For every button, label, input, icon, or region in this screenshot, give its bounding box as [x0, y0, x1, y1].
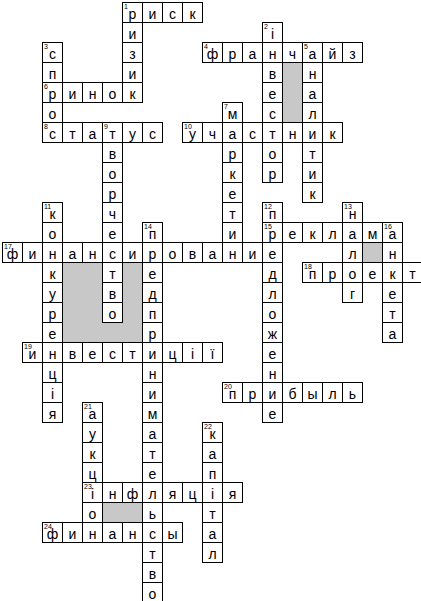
grid-cell[interactable]: 13н [342, 202, 363, 223]
cell-letter: а [109, 527, 117, 541]
cell-letter: р [149, 327, 157, 341]
cell-letter: ц [48, 367, 56, 381]
grid-cell[interactable]: с [262, 102, 283, 123]
grid-cell[interactable]: т [302, 142, 323, 163]
cell-letter: е [389, 287, 397, 301]
grid-cell[interactable]: н [42, 342, 63, 363]
grid-cell[interactable]: с [102, 242, 123, 263]
grid-cell[interactable]: о [102, 302, 123, 323]
cell-letter: к [229, 167, 235, 181]
grid-cell[interactable]: и [22, 242, 43, 263]
grid-cell[interactable]: н [282, 122, 303, 143]
grid-cell[interactable]: н [42, 242, 63, 263]
cell-letter: н [269, 367, 277, 381]
grid-cell[interactable]: 18п [302, 262, 323, 283]
clue-number: 12 [264, 203, 272, 211]
grid-cell[interactable]: ы [302, 382, 323, 403]
clue-number: 4 [204, 43, 208, 51]
clue-number: 7 [224, 103, 228, 111]
cell-letter: о [349, 267, 357, 281]
cell-letter: о [169, 247, 177, 261]
grid-cell[interactable]: и [62, 82, 83, 103]
cell-letter: е [109, 227, 117, 241]
cell-letter: р [149, 247, 157, 261]
grid-cell[interactable]: в [142, 562, 163, 583]
grid-cell[interactable]: і [182, 342, 203, 363]
grid-cell[interactable]: а [242, 42, 263, 63]
cell-letter: ь [149, 507, 156, 521]
cell-letter: ч [209, 127, 216, 141]
grid-cell[interactable]: ц [162, 342, 183, 363]
blocked-cell [62, 282, 83, 303]
grid-cell[interactable]: р [222, 142, 243, 163]
blocked-cell [122, 322, 143, 343]
blocked-cell [82, 322, 103, 343]
cell-letter: л [308, 107, 316, 121]
cell-letter: н [149, 367, 157, 381]
grid-cell[interactable]: к [382, 262, 403, 283]
grid-cell[interactable]: и [122, 62, 143, 83]
grid-cell[interactable]: 12п [262, 202, 283, 223]
cell-letter: и [309, 127, 317, 141]
grid-cell[interactable]: н [382, 242, 403, 263]
grid-cell[interactable]: с [162, 2, 183, 23]
cell-letter: о [89, 507, 97, 521]
grid-cell[interactable]: з [122, 42, 143, 63]
grid-cell[interactable]: н [262, 362, 283, 383]
grid-cell[interactable]: и [122, 22, 143, 43]
cell-letter: т [229, 207, 235, 221]
grid-cell[interactable]: т [222, 202, 243, 223]
cell-letter: н [309, 67, 317, 81]
grid-cell[interactable]: 24ф [42, 522, 63, 543]
grid-cell[interactable]: м [362, 222, 383, 243]
cell-letter: о [109, 307, 117, 321]
grid-cell[interactable]: т [102, 262, 123, 283]
cell-letter: и [269, 387, 277, 401]
grid-cell[interactable]: с [142, 522, 163, 543]
grid-cell[interactable]: и [62, 522, 83, 543]
cell-letter: р [129, 7, 137, 21]
grid-cell[interactable]: т [122, 342, 143, 363]
cell-letter: т [129, 347, 135, 361]
grid-cell[interactable]: е [42, 322, 63, 343]
cell-letter: в [109, 287, 116, 301]
grid-cell[interactable]: н [262, 42, 283, 63]
cell-letter: р [269, 167, 277, 181]
cell-letter: ч [109, 207, 116, 221]
grid-cell[interactable]: л [202, 542, 223, 563]
cell-letter: а [209, 447, 217, 461]
grid-cell[interactable]: в [182, 242, 203, 263]
grid-cell[interactable]: м [142, 402, 163, 423]
grid-cell[interactable]: 10у [182, 122, 203, 143]
cell-letter: к [189, 7, 195, 21]
grid-cell[interactable]: т [142, 442, 163, 463]
grid-cell[interactable]: т [142, 542, 163, 563]
cell-letter: г [350, 287, 355, 301]
grid-cell[interactable]: 8с [42, 122, 63, 143]
cell-letter: и [69, 87, 77, 101]
grid-cell[interactable]: и [302, 122, 323, 143]
grid-cell[interactable]: ь [342, 382, 363, 403]
cell-letter: а [309, 47, 317, 61]
grid-cell[interactable]: 15р [262, 222, 283, 243]
grid-cell[interactable]: е [262, 342, 283, 363]
grid-cell[interactable]: т [402, 262, 421, 283]
grid-cell[interactable]: е [262, 402, 283, 423]
cell-letter: и [309, 167, 317, 181]
grid-cell[interactable]: с [242, 122, 263, 143]
cell-letter: к [329, 127, 335, 141]
grid-cell[interactable]: н [82, 242, 103, 263]
grid-cell[interactable]: и [302, 162, 323, 183]
grid-cell[interactable]: 17ф [2, 242, 23, 263]
grid-cell[interactable]: р [242, 382, 263, 403]
grid-cell[interactable]: о [142, 582, 163, 601]
grid-cell[interactable]: к [302, 222, 323, 243]
grid-cell[interactable]: 22к [202, 422, 223, 443]
grid-cell[interactable]: а [202, 442, 223, 463]
grid-cell[interactable]: н [102, 482, 123, 503]
cell-letter: и [29, 247, 37, 261]
grid-cell[interactable]: о [42, 102, 63, 123]
cell-letter: е [149, 267, 157, 281]
grid-cell[interactable]: д [142, 282, 163, 303]
grid-cell[interactable]: л [322, 382, 343, 403]
grid-cell[interactable]: о [342, 262, 363, 283]
grid-cell[interactable]: і [202, 482, 223, 503]
cell-letter: і [191, 347, 194, 361]
cell-letter: ц [188, 487, 196, 501]
grid-cell[interactable]: о [102, 82, 123, 103]
cell-letter: і [211, 487, 214, 501]
blocked-cell [282, 82, 303, 103]
grid-cell[interactable]: а [102, 522, 123, 543]
grid-cell[interactable]: т [202, 502, 223, 523]
grid-cell[interactable]: 23і [82, 482, 103, 503]
grid-cell[interactable]: о [262, 302, 283, 323]
grid-cell[interactable]: ц [82, 462, 103, 483]
grid-cell[interactable]: н [82, 82, 103, 103]
grid-cell[interactable]: н [222, 242, 243, 263]
cell-letter: и [129, 247, 137, 261]
grid-cell[interactable]: в [102, 142, 123, 163]
grid-cell[interactable]: 6р [42, 82, 63, 103]
grid-cell[interactable]: к [82, 442, 103, 463]
grid-cell[interactable]: р [142, 242, 163, 263]
clue-number: 1 [124, 3, 128, 11]
cell-letter: а [349, 227, 357, 241]
cell-letter: о [269, 307, 277, 321]
grid-cell[interactable]: и [142, 2, 163, 23]
grid-cell[interactable]: 9т [102, 122, 123, 143]
grid-cell[interactable]: ч [282, 42, 303, 63]
grid-cell[interactable]: и [122, 242, 143, 263]
clue-number: 17 [4, 243, 12, 251]
grid-cell[interactable]: б [282, 382, 303, 403]
cell-letter: е [49, 327, 57, 341]
cell-letter: с [109, 347, 116, 361]
cell-letter: а [249, 47, 257, 61]
cell-letter: ж [268, 327, 277, 341]
cell-letter: й [329, 47, 337, 61]
grid-cell[interactable]: ї [202, 342, 223, 363]
clue-number: 14 [144, 223, 152, 231]
cell-letter: т [109, 127, 115, 141]
grid-cell[interactable]: я [222, 482, 243, 503]
cell-letter: м [368, 227, 378, 241]
blocked-cell [62, 322, 83, 343]
grid-cell[interactable]: 5а [302, 42, 323, 63]
cell-letter: к [389, 267, 395, 281]
grid-cell[interactable]: я [162, 482, 183, 503]
grid-cell[interactable]: у [82, 422, 103, 443]
grid-cell[interactable]: ы [162, 522, 183, 543]
cell-letter: е [89, 347, 97, 361]
grid-cell[interactable]: л [302, 102, 323, 123]
grid-cell[interactable]: к [302, 182, 323, 203]
grid-cell[interactable]: ф [122, 482, 143, 503]
grid-cell[interactable]: 7м [222, 102, 243, 123]
cell-letter: л [268, 287, 276, 301]
cell-letter: с [169, 7, 176, 21]
cell-letter: р [109, 187, 117, 201]
clue-number: 13 [344, 203, 352, 211]
grid-cell[interactable]: ж [262, 322, 283, 343]
blocked-cell [282, 102, 303, 123]
grid-cell[interactable]: п [142, 302, 163, 323]
blocked-cell [62, 262, 83, 283]
cell-letter: ї [211, 347, 215, 361]
grid-cell[interactable]: ц [42, 362, 63, 383]
crossword-board: 1риски2і3сз4франч5айзпивн6ринокеао7мсл8с… [0, 0, 421, 601]
grid-cell[interactable]: р [42, 302, 63, 323]
grid-cell[interactable]: р [222, 42, 243, 63]
grid-cell[interactable]: р [322, 262, 343, 283]
grid-cell[interactable]: 11к [42, 202, 63, 223]
grid-cell[interactable]: е [262, 82, 283, 103]
clue-number: 10 [184, 123, 192, 131]
cell-letter: и [229, 227, 237, 241]
grid-cell[interactable]: л [322, 222, 343, 243]
grid-cell[interactable]: г [342, 282, 363, 303]
grid-cell[interactable]: о [82, 502, 103, 523]
cell-letter: ы [167, 527, 177, 541]
cell-letter: в [109, 147, 116, 161]
grid-cell[interactable]: о [42, 222, 63, 243]
grid-cell[interactable]: л [142, 482, 163, 503]
cell-letter: к [309, 227, 315, 241]
grid-cell[interactable]: е [142, 462, 163, 483]
grid-cell[interactable]: у [122, 122, 143, 143]
grid-cell[interactable]: а [382, 322, 403, 343]
grid-cell[interactable]: е [262, 242, 283, 263]
grid-cell[interactable]: т [382, 302, 403, 323]
grid-cell[interactable]: н [82, 522, 103, 543]
cell-letter: л [328, 227, 336, 241]
grid-cell[interactable]: е [82, 342, 103, 363]
cell-letter: т [309, 147, 315, 161]
grid-cell[interactable]: д [262, 262, 283, 283]
cell-letter: н [109, 487, 117, 501]
grid-cell[interactable]: о [262, 142, 283, 163]
grid-cell[interactable]: р [262, 162, 283, 183]
cell-letter: а [69, 247, 77, 261]
cell-letter: р [229, 147, 237, 161]
cell-letter: д [268, 267, 276, 281]
cell-letter: т [109, 267, 115, 281]
grid-cell[interactable]: з [342, 42, 363, 63]
cell-letter: и [149, 387, 157, 401]
grid-cell[interactable]: с [142, 122, 163, 143]
clue-number: 21 [84, 403, 92, 411]
grid-cell[interactable]: и [142, 342, 163, 363]
grid-cell[interactable]: е [102, 222, 123, 243]
grid-cell[interactable]: е [382, 282, 403, 303]
grid-cell[interactable]: н [302, 62, 323, 83]
grid-cell[interactable]: и [142, 382, 163, 403]
grid-cell[interactable]: е [222, 182, 243, 203]
grid-cell[interactable]: і [42, 382, 63, 403]
grid-cell[interactable]: а [82, 122, 103, 143]
cell-letter: н [269, 47, 277, 61]
grid-cell[interactable]: в [262, 62, 283, 83]
grid-cell[interactable]: ч [102, 202, 123, 223]
cell-letter: с [109, 247, 116, 261]
cell-letter: ч [289, 47, 296, 61]
cell-letter: н [89, 527, 97, 541]
blocked-cell [82, 262, 103, 283]
grid-cell[interactable]: п [202, 462, 223, 483]
grid-cell[interactable]: к [322, 122, 343, 143]
cell-letter: я [49, 407, 57, 421]
cell-letter: л [348, 247, 356, 261]
cell-letter: н [49, 247, 57, 261]
grid-cell[interactable]: р [102, 182, 123, 203]
cell-letter: к [49, 267, 55, 281]
grid-cell[interactable]: ц [182, 482, 203, 503]
cell-letter: е [269, 247, 277, 261]
grid-cell[interactable]: т [62, 122, 83, 143]
cell-letter: с [269, 107, 276, 121]
grid-cell[interactable]: р [142, 322, 163, 343]
blocked-cell [122, 502, 143, 523]
cell-letter: л [328, 387, 336, 401]
grid-cell[interactable]: а [342, 222, 363, 243]
grid-cell[interactable]: 20п [222, 382, 243, 403]
grid-cell[interactable]: и [262, 382, 283, 403]
grid-cell[interactable]: к [222, 162, 243, 183]
cell-letter: с [49, 47, 56, 61]
cell-letter: в [189, 247, 196, 261]
clue-number: 9 [104, 123, 108, 131]
grid-cell[interactable]: а [202, 242, 223, 263]
cell-letter: ь [349, 387, 356, 401]
cell-letter: е [269, 407, 277, 421]
cell-letter: о [49, 227, 57, 241]
grid-cell[interactable]: 14п [142, 222, 163, 243]
cell-letter: т [69, 127, 75, 141]
clue-number: 5 [304, 43, 308, 51]
grid-cell[interactable]: к [42, 262, 63, 283]
cell-letter: д [148, 287, 156, 301]
cell-letter: у [89, 427, 96, 441]
clue-number: 16 [384, 223, 392, 231]
grid-cell[interactable]: 19и [22, 342, 43, 363]
grid-cell[interactable]: ь [142, 502, 163, 523]
grid-cell[interactable]: я [42, 402, 63, 423]
grid-cell[interactable]: в [102, 282, 123, 303]
grid-cell[interactable]: е [362, 262, 383, 283]
cell-letter: р [249, 387, 257, 401]
grid-cell[interactable]: у [42, 282, 63, 303]
grid-cell[interactable]: 3с [42, 42, 63, 63]
grid-cell[interactable]: к [122, 82, 143, 103]
grid-cell[interactable]: в [62, 342, 83, 363]
cell-letter: н [129, 527, 137, 541]
grid-cell[interactable]: е [142, 262, 163, 283]
cell-letter: а [149, 427, 157, 441]
clue-number: 23 [84, 483, 92, 491]
grid-cell[interactable]: 4ф [202, 42, 223, 63]
grid-cell[interactable]: п [42, 62, 63, 83]
blocked-cell [362, 242, 383, 263]
cell-letter: о [49, 107, 57, 121]
grid-cell[interactable]: 16а [382, 222, 403, 243]
grid-cell[interactable]: л [342, 242, 363, 263]
grid-cell[interactable]: с [102, 342, 123, 363]
grid-cell[interactable]: л [262, 282, 283, 303]
grid-cell[interactable]: а [202, 522, 223, 543]
grid-cell[interactable]: а [222, 122, 243, 143]
grid-cell[interactable]: а [302, 82, 323, 103]
grid-cell[interactable]: к [182, 2, 203, 23]
cell-letter: е [269, 347, 277, 361]
grid-cell[interactable]: и [242, 242, 263, 263]
grid-cell[interactable]: о [102, 162, 123, 183]
cell-letter: п [209, 467, 217, 481]
grid-cell[interactable]: 1р [122, 2, 143, 23]
grid-cell[interactable]: н [122, 522, 143, 543]
cell-letter: о [109, 87, 117, 101]
grid-cell[interactable]: н [142, 362, 163, 383]
grid-cell[interactable]: 21а [82, 402, 103, 423]
grid-cell[interactable]: т [262, 122, 283, 143]
grid-cell[interactable]: о [162, 242, 183, 263]
grid-cell[interactable]: 2і [262, 22, 283, 43]
cell-letter: а [89, 127, 97, 141]
cell-letter: а [389, 327, 397, 341]
grid-cell[interactable]: ч [202, 122, 223, 143]
grid-cell[interactable]: е [282, 222, 303, 243]
clue-number: 3 [44, 43, 48, 51]
cell-letter: в [149, 567, 156, 581]
blocked-cell [282, 62, 303, 83]
cell-letter: ы [307, 387, 317, 401]
blocked-cell [122, 302, 143, 323]
grid-cell[interactable]: а [142, 422, 163, 443]
clue-number: 24 [44, 523, 52, 531]
cell-letter: т [149, 547, 155, 561]
cell-letter: е [269, 87, 277, 101]
cell-letter: в [269, 67, 276, 81]
cell-letter: с [149, 527, 156, 541]
grid-cell[interactable]: й [322, 42, 343, 63]
cell-letter: я [169, 487, 177, 501]
grid-cell[interactable]: а [62, 242, 83, 263]
grid-cell[interactable]: и [222, 222, 243, 243]
